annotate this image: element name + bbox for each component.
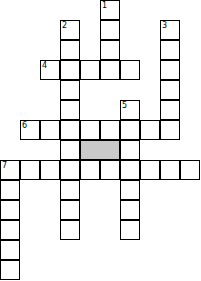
cell-c3-r11[interactable]	[60, 220, 80, 240]
cell-c8-r4[interactable]	[160, 80, 180, 100]
cell-c6-r5[interactable]: 5	[120, 100, 140, 120]
cell-c4-r6[interactable]	[80, 120, 100, 140]
cell-c0-r8[interactable]: 7	[0, 160, 20, 180]
cell-c3-r8[interactable]	[60, 160, 80, 180]
cell-c8-r3[interactable]	[160, 60, 180, 80]
cell-c5-r1[interactable]	[100, 20, 120, 40]
cell-c0-r10[interactable]	[0, 200, 20, 220]
cell-c2-r6[interactable]	[40, 120, 60, 140]
cell-c8-r6[interactable]	[160, 120, 180, 140]
cell-c7-r6[interactable]	[140, 120, 160, 140]
cell-c1-r6[interactable]: 6	[20, 120, 40, 140]
clue-number-6: 6	[22, 121, 27, 130]
clue-number-5: 5	[122, 101, 127, 110]
cell-c5-r0[interactable]: 1	[100, 0, 120, 20]
cell-c3-r10[interactable]	[60, 200, 80, 220]
cell-c0-r9[interactable]	[0, 180, 20, 200]
cell-c5-r8[interactable]	[100, 160, 120, 180]
cell-c4-r8[interactable]	[80, 160, 100, 180]
cell-c5-r2[interactable]	[100, 40, 120, 60]
cell-c5-r6[interactable]	[100, 120, 120, 140]
cell-c3-r4[interactable]	[60, 80, 80, 100]
cell-c3-r2[interactable]	[60, 40, 80, 60]
cell-c1-r8[interactable]	[20, 160, 40, 180]
cell-c7-r8[interactable]	[140, 160, 160, 180]
cell-c0-r12[interactable]	[0, 240, 20, 260]
cell-c6-r3[interactable]	[120, 60, 140, 80]
clue-number-7: 7	[2, 161, 7, 170]
cell-c9-r8[interactable]	[180, 160, 200, 180]
cell-c3-r5[interactable]	[60, 100, 80, 120]
clue-number-1: 1	[102, 1, 107, 10]
cell-c8-r2[interactable]	[160, 40, 180, 60]
cell-c3-r7[interactable]	[60, 140, 80, 160]
cell-c6-r10[interactable]	[120, 200, 140, 220]
cell-c2-r3[interactable]: 4	[40, 60, 60, 80]
cell-c2-r8[interactable]	[40, 160, 60, 180]
cell-c3-r6[interactable]	[60, 120, 80, 140]
cell-c6-r8[interactable]	[120, 160, 140, 180]
crossword-grid: 1234567	[0, 0, 201, 281]
cell-c8-r8[interactable]	[160, 160, 180, 180]
cell-c3-r1[interactable]: 2	[60, 20, 80, 40]
cell-c0-r13[interactable]	[0, 260, 20, 280]
cell-c3-r9[interactable]	[60, 180, 80, 200]
cell-c6-r11[interactable]	[120, 220, 140, 240]
clue-number-3: 3	[162, 21, 167, 30]
clue-number-4: 4	[42, 61, 47, 70]
cell-c6-r7[interactable]	[120, 140, 140, 160]
cell-c8-r1[interactable]: 3	[160, 20, 180, 40]
blocked-cell	[80, 140, 120, 160]
cell-c3-r3[interactable]	[60, 60, 80, 80]
cell-c8-r5[interactable]	[160, 100, 180, 120]
cell-c0-r11[interactable]	[0, 220, 20, 240]
cell-c5-r3[interactable]	[100, 60, 120, 80]
cell-c6-r6[interactable]	[120, 120, 140, 140]
cell-c4-r3[interactable]	[80, 60, 100, 80]
clue-number-2: 2	[62, 21, 67, 30]
cell-c6-r9[interactable]	[120, 180, 140, 200]
